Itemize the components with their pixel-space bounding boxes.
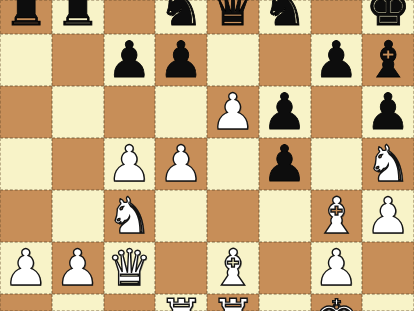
white-bishop-e3[interactable]: ♝ [207, 242, 259, 294]
square-h6[interactable]: ♟ [362, 86, 414, 138]
square-d8[interactable]: ♞ [155, 0, 207, 34]
square-b3[interactable]: ♟ [52, 242, 104, 294]
square-f8[interactable]: ♞ [259, 0, 311, 34]
black-pawn-d7[interactable]: ♟ [155, 34, 207, 86]
white-pawn-e6[interactable]: ♟ [207, 86, 259, 138]
square-g6[interactable] [311, 86, 363, 138]
white-pawn-g3[interactable]: ♟ [311, 242, 363, 294]
square-h7[interactable]: ♝ [362, 34, 414, 86]
square-a3[interactable]: ♟ [0, 242, 52, 294]
square-a6[interactable] [0, 86, 52, 138]
square-f2[interactable] [259, 294, 311, 311]
square-a5[interactable] [0, 138, 52, 190]
white-king-g2[interactable]: ♚ [311, 294, 363, 311]
chess-app-viewport: ♜♜♞♛♞♚♟♟♟♝♟♟♟♟♟♟♞♞♝♟♟♟♛♝♟♜♜♚ [0, 0, 414, 311]
white-pawn-h4[interactable]: ♟ [362, 190, 414, 242]
square-a7[interactable] [0, 34, 52, 86]
black-rook-a8[interactable]: ♜ [0, 0, 52, 34]
square-g7[interactable]: ♟ [311, 34, 363, 86]
white-bishop-g4[interactable]: ♝ [311, 190, 363, 242]
square-h2[interactable] [362, 294, 414, 311]
black-knight-d8[interactable]: ♞ [155, 0, 207, 34]
white-knight-c4[interactable]: ♞ [104, 190, 156, 242]
square-d3[interactable] [155, 242, 207, 294]
square-b6[interactable] [52, 86, 104, 138]
square-d5[interactable]: ♟ [155, 138, 207, 190]
white-rook-d2[interactable]: ♜ [155, 294, 207, 311]
white-pawn-a3[interactable]: ♟ [0, 242, 52, 294]
square-e6[interactable]: ♟ [207, 86, 259, 138]
black-pawn-h6[interactable]: ♟ [362, 86, 414, 138]
chess-board: ♜♜♞♛♞♚♟♟♟♝♟♟♟♟♟♟♞♞♝♟♟♟♛♝♟♜♜♚ [0, 0, 414, 311]
square-b5[interactable] [52, 138, 104, 190]
square-e7[interactable] [207, 34, 259, 86]
square-d2[interactable]: ♜ [155, 294, 207, 311]
white-knight-h5[interactable]: ♞ [362, 138, 414, 190]
square-g2[interactable]: ♚ [311, 294, 363, 311]
square-e3[interactable]: ♝ [207, 242, 259, 294]
square-h5[interactable]: ♞ [362, 138, 414, 190]
black-knight-f8[interactable]: ♞ [259, 0, 311, 34]
square-b8[interactable]: ♜ [52, 0, 104, 34]
square-e2[interactable]: ♜ [207, 294, 259, 311]
black-rook-b8[interactable]: ♜ [52, 0, 104, 34]
square-h3[interactable] [362, 242, 414, 294]
square-f3[interactable] [259, 242, 311, 294]
black-king-h8[interactable]: ♚ [362, 0, 414, 34]
square-c2[interactable] [104, 294, 156, 311]
square-a2[interactable] [0, 294, 52, 311]
white-rook-e2[interactable]: ♜ [207, 294, 259, 311]
white-pawn-c5[interactable]: ♟ [104, 138, 156, 190]
square-d4[interactable] [155, 190, 207, 242]
square-g3[interactable]: ♟ [311, 242, 363, 294]
square-c3[interactable]: ♛ [104, 242, 156, 294]
white-queen-c3[interactable]: ♛ [104, 242, 156, 294]
square-d6[interactable] [155, 86, 207, 138]
square-e5[interactable] [207, 138, 259, 190]
square-g4[interactable]: ♝ [311, 190, 363, 242]
square-b4[interactable] [52, 190, 104, 242]
square-b7[interactable] [52, 34, 104, 86]
square-g5[interactable] [311, 138, 363, 190]
square-e8[interactable]: ♛ [207, 0, 259, 34]
square-c6[interactable] [104, 86, 156, 138]
square-f7[interactable] [259, 34, 311, 86]
square-f6[interactable]: ♟ [259, 86, 311, 138]
square-h4[interactable]: ♟ [362, 190, 414, 242]
white-pawn-d5[interactable]: ♟ [155, 138, 207, 190]
square-d7[interactable]: ♟ [155, 34, 207, 86]
square-c5[interactable]: ♟ [104, 138, 156, 190]
white-pawn-b3[interactable]: ♟ [52, 242, 104, 294]
square-a8[interactable]: ♜ [0, 0, 52, 34]
square-h8[interactable]: ♚ [362, 0, 414, 34]
square-g8[interactable] [311, 0, 363, 34]
square-f5[interactable]: ♟ [259, 138, 311, 190]
square-c4[interactable]: ♞ [104, 190, 156, 242]
black-pawn-g7[interactable]: ♟ [311, 34, 363, 86]
square-c7[interactable]: ♟ [104, 34, 156, 86]
square-e4[interactable] [207, 190, 259, 242]
square-f4[interactable] [259, 190, 311, 242]
black-queen-e8[interactable]: ♛ [207, 0, 259, 34]
square-a4[interactable] [0, 190, 52, 242]
black-pawn-f6[interactable]: ♟ [259, 86, 311, 138]
black-pawn-c7[interactable]: ♟ [104, 34, 156, 86]
black-pawn-f5[interactable]: ♟ [259, 138, 311, 190]
black-bishop-h7[interactable]: ♝ [362, 34, 414, 86]
square-b2[interactable] [52, 294, 104, 311]
square-c8[interactable] [104, 0, 156, 34]
